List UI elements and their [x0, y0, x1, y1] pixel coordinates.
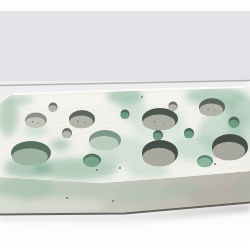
- concrete-texture: [0, 80, 250, 190]
- speck: [141, 96, 143, 98]
- photo-canvas: [0, 0, 250, 250]
- background-wall: [0, 11, 250, 81]
- speck: [214, 163, 216, 165]
- tray-top: [0, 80, 250, 190]
- marble-patch: [25, 198, 105, 214]
- speck: [112, 200, 114, 202]
- speck: [119, 167, 121, 169]
- speck: [66, 197, 68, 199]
- soap-dish-photo: [0, 0, 250, 250]
- marble-patch: [110, 183, 170, 203]
- marble-patch: [40, 181, 110, 201]
- speck: [96, 169, 98, 171]
